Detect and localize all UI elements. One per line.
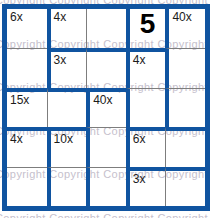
cell-r4c4[interactable] xyxy=(165,167,205,206)
cell-r2c4[interactable] xyxy=(165,88,205,127)
cage-clue: 4x xyxy=(54,10,67,24)
given-digit: 5 xyxy=(130,9,166,48)
cell-r0c4[interactable]: 40x xyxy=(165,9,205,48)
cell-r4c3[interactable]: 3x xyxy=(126,167,166,206)
cell-r0c3[interactable]: 5 xyxy=(126,9,166,48)
cell-r2c0[interactable]: 15x xyxy=(7,88,47,127)
cage-clue: 6x xyxy=(133,132,146,146)
cell-r4c2[interactable] xyxy=(86,167,126,206)
cage-clue: 40x xyxy=(172,10,191,24)
cell-r3c4[interactable] xyxy=(165,127,205,166)
cell-r3c0[interactable]: 4x xyxy=(7,127,47,166)
watermark-text: Copyright Copyright Copyright Copyright xyxy=(0,212,208,219)
cage-clue: 15x xyxy=(10,93,29,107)
cell-r1c3[interactable]: 4x xyxy=(126,48,166,87)
cell-r3c2[interactable] xyxy=(86,127,126,166)
cell-r0c1[interactable]: 4x xyxy=(47,9,87,48)
cell-r1c0[interactable] xyxy=(7,48,47,87)
cage-clue: 4x xyxy=(133,53,146,67)
cell-r0c2[interactable] xyxy=(86,9,126,48)
cell-r1c2[interactable] xyxy=(86,48,126,87)
cell-r1c1[interactable]: 3x xyxy=(47,48,87,87)
cell-r4c0[interactable] xyxy=(7,167,47,206)
kenken-screenshot: { "game": "KenKen (Calcudoku) 5x5 multip… xyxy=(0,0,212,218)
cell-r1c4[interactable] xyxy=(165,48,205,87)
cell-r4c1[interactable] xyxy=(47,167,87,206)
cell-r0c0[interactable]: 6x xyxy=(7,9,47,48)
cage-clue: 6x xyxy=(10,10,23,24)
cage-clue: 10x xyxy=(54,132,73,146)
cage-clue: 4x xyxy=(10,132,23,146)
cage-clue: 40x xyxy=(93,93,112,107)
cell-r3c1[interactable]: 10x xyxy=(47,127,87,166)
cell-r2c3[interactable] xyxy=(126,88,166,127)
kenken-board: 6x4x540x3x4x15x40x4x10x6x3x xyxy=(2,4,210,211)
cage-clue: 3x xyxy=(54,53,67,67)
cell-r2c1[interactable] xyxy=(47,88,87,127)
cell-r2c2[interactable]: 40x xyxy=(86,88,126,127)
cage-clue: 3x xyxy=(133,172,146,186)
cell-r3c3[interactable]: 6x xyxy=(126,127,166,166)
